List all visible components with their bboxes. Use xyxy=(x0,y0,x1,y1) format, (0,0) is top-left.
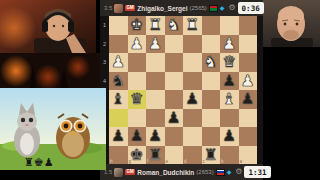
owl-cat-artwork: ♜♚♟ xyxy=(0,88,106,170)
black-bishop[interactable]: ♝ xyxy=(109,90,128,109)
black-pawn[interactable]: ♟ xyxy=(220,127,239,146)
square-a2[interactable] xyxy=(239,35,258,54)
top-player-rating: (2565) xyxy=(189,5,206,11)
square-f3[interactable] xyxy=(146,53,165,72)
bottom-player-avatar[interactable] xyxy=(114,168,123,177)
fire-artwork-image xyxy=(0,53,106,88)
square-h6[interactable] xyxy=(109,109,128,128)
square-c8[interactable]: ♜c xyxy=(202,146,221,165)
square-d1[interactable]: ♜ xyxy=(183,16,202,35)
top-player-clock: 0:36 xyxy=(238,2,264,14)
square-b8[interactable]: b xyxy=(220,146,239,165)
flip-board-icon[interactable]: ⚙ xyxy=(235,168,242,176)
black-pawn[interactable]: ♟ xyxy=(220,72,239,91)
square-a6[interactable] xyxy=(239,109,258,128)
top-player-score: 3.5 xyxy=(104,5,112,11)
square-c7[interactable] xyxy=(202,127,221,146)
square-f7[interactable]: ♟ xyxy=(146,127,165,146)
square-g7[interactable]: ♟ xyxy=(128,127,147,146)
white-pawn[interactable]: ♟ xyxy=(128,35,147,54)
square-h3[interactable]: ♟ xyxy=(109,53,128,72)
square-f1[interactable]: ♜ xyxy=(146,16,165,35)
square-b2[interactable]: ♟ xyxy=(220,35,239,54)
square-c1[interactable] xyxy=(202,16,221,35)
black-knight[interactable]: ♞ xyxy=(109,72,128,91)
webcam-top-left xyxy=(0,0,96,53)
square-d2[interactable] xyxy=(183,35,202,54)
square-d6[interactable] xyxy=(183,109,202,128)
square-e3[interactable] xyxy=(165,53,184,72)
diamond-membership-icon: ◆ xyxy=(220,5,225,11)
white-rook[interactable]: ♜ xyxy=(183,16,202,35)
square-c2[interactable] xyxy=(202,35,221,54)
square-a3[interactable] xyxy=(239,53,258,72)
square-d8[interactable]: d xyxy=(183,146,202,165)
square-f2[interactable]: ♟ xyxy=(146,35,165,54)
square-b6[interactable] xyxy=(220,109,239,128)
square-b3[interactable]: ♛ xyxy=(220,53,239,72)
commentator-illustration xyxy=(0,0,96,53)
square-h1[interactable] xyxy=(109,16,128,35)
fire-artwork xyxy=(0,53,106,88)
white-pawn[interactable]: ♟ xyxy=(109,53,128,72)
square-g4[interactable] xyxy=(128,72,147,91)
square-a4[interactable]: ♟ xyxy=(239,72,258,91)
square-f8[interactable]: ♜f xyxy=(146,146,165,165)
square-b5[interactable]: ♝ xyxy=(220,90,239,109)
square-g2[interactable]: ♟ xyxy=(128,35,147,54)
belarus-flag-icon xyxy=(209,5,218,12)
owl-cat-image: ♜♚♟ xyxy=(0,88,106,170)
square-g6[interactable] xyxy=(128,109,147,128)
square-a1[interactable] xyxy=(239,16,258,35)
square-b1[interactable] xyxy=(220,16,239,35)
square-c3[interactable]: ♞ xyxy=(202,53,221,72)
chess-panel: 3.5 GM Zhigalko_Sergei (2565) ◆ ⚙ 0:36 1… xyxy=(100,0,263,180)
russia-flag-icon xyxy=(216,169,225,176)
square-h4[interactable]: ♞ xyxy=(109,72,128,91)
black-pawn[interactable]: ♟ xyxy=(183,90,202,109)
stream-frame: ♜♚♟ 3.5 GM Zhigalko_Sergei (2565) ◆ ⚙ 0:… xyxy=(0,0,320,180)
white-pawn[interactable]: ♟ xyxy=(220,35,239,54)
square-e4[interactable] xyxy=(165,72,184,91)
black-pawn[interactable]: ♟ xyxy=(109,127,128,146)
square-c6[interactable] xyxy=(202,109,221,128)
square-f5[interactable] xyxy=(146,90,165,109)
top-player-title-badge: GM xyxy=(125,5,135,12)
square-c5[interactable] xyxy=(202,90,221,109)
square-d7[interactable] xyxy=(183,127,202,146)
white-king[interactable]: ♚ xyxy=(128,16,147,35)
file-label-e: e xyxy=(166,159,169,164)
square-a5[interactable]: ♟ xyxy=(239,90,258,109)
white-rook[interactable]: ♜ xyxy=(146,16,165,35)
chess-board: ♚♜♞♜♟♟♟♟♞♛♞♟♟♝♛♟♝♟♟♟♟♟♟h♚g♜fed♜cba xyxy=(109,16,257,164)
board-area: 12345678 ♚♜♞♜♟♟♟♟♞♛♞♟♟♝♛♟♝♟♟♟♟♟♟h♚g♜fed♜… xyxy=(100,16,263,164)
webcam-top-right xyxy=(263,0,320,47)
square-e5[interactable] xyxy=(165,90,184,109)
square-d5[interactable]: ♟ xyxy=(183,90,202,109)
file-label-h: h xyxy=(110,159,113,164)
white-bishop[interactable]: ♝ xyxy=(220,90,239,109)
top-player-avatar[interactable] xyxy=(114,4,123,13)
bottom-player-title-badge: GM xyxy=(125,169,135,176)
square-b7[interactable]: ♟ xyxy=(220,127,239,146)
square-e6[interactable]: ♟ xyxy=(165,109,184,128)
settings-gear-icon[interactable]: ⚙ xyxy=(228,4,235,12)
black-pawn[interactable]: ♟ xyxy=(239,90,258,109)
file-label-f: f xyxy=(147,159,148,164)
player-illustration xyxy=(263,0,320,47)
top-player-name[interactable]: Zhigalko_Sergei xyxy=(137,5,187,12)
file-label-g: g xyxy=(129,159,132,164)
white-knight[interactable]: ♞ xyxy=(202,53,221,72)
rank-label-1: 1 xyxy=(100,16,109,35)
square-g3[interactable] xyxy=(128,53,147,72)
square-d3[interactable] xyxy=(183,53,202,72)
rank-label-2: 2 xyxy=(100,35,109,54)
bottom-player-name[interactable]: Roman_Dudchikin xyxy=(137,169,194,176)
black-pawn[interactable]: ♟ xyxy=(146,127,165,146)
white-pawn[interactable]: ♟ xyxy=(146,35,165,54)
black-queen[interactable]: ♛ xyxy=(128,90,147,109)
square-e1[interactable]: ♞ xyxy=(165,16,184,35)
square-g5[interactable]: ♛ xyxy=(128,90,147,109)
square-e7[interactable] xyxy=(165,127,184,146)
square-d4[interactable] xyxy=(183,72,202,91)
black-pawn[interactable]: ♟ xyxy=(128,127,147,146)
rank-label-3: 3 xyxy=(100,53,109,72)
file-label-c: c xyxy=(203,159,205,164)
square-f6[interactable] xyxy=(146,109,165,128)
square-h5[interactable]: ♝ xyxy=(109,90,128,109)
square-h7[interactable]: ♟ xyxy=(109,127,128,146)
bottom-player-rating: (2653) xyxy=(196,169,213,175)
square-b4[interactable]: ♟ xyxy=(220,72,239,91)
square-a7[interactable] xyxy=(239,127,258,146)
file-label-d: d xyxy=(184,159,187,164)
black-rook[interactable]: ♜ xyxy=(146,146,165,165)
file-label-b: b xyxy=(221,159,224,164)
square-g8[interactable]: ♚g xyxy=(128,146,147,165)
square-e8[interactable]: e xyxy=(165,146,184,165)
chess-silhouettes: ♜♚♟ xyxy=(24,156,54,169)
bottom-player-bar: 1.5 GM Roman_Dudchikin (2653) ◆ ⚙ 1:31 xyxy=(100,164,263,180)
square-g1[interactable]: ♚ xyxy=(128,16,147,35)
square-h2[interactable] xyxy=(109,35,128,54)
square-e2[interactable] xyxy=(165,35,184,54)
black-pawn[interactable]: ♟ xyxy=(165,109,184,128)
white-pawn[interactable]: ♟ xyxy=(239,72,258,91)
white-knight[interactable]: ♞ xyxy=(165,16,184,35)
bottom-player-clock: 1:31 xyxy=(244,166,270,178)
top-player-bar: 3.5 GM Zhigalko_Sergei (2565) ◆ ⚙ 0:36 xyxy=(100,0,263,16)
square-c4[interactable] xyxy=(202,72,221,91)
square-f4[interactable] xyxy=(146,72,165,91)
white-queen[interactable]: ♛ xyxy=(220,53,239,72)
diamond-membership-icon: ◆ xyxy=(227,169,232,175)
square-h8[interactable]: h xyxy=(109,146,128,165)
square-a8[interactable]: a xyxy=(239,146,258,165)
file-label-a: a xyxy=(240,159,243,164)
